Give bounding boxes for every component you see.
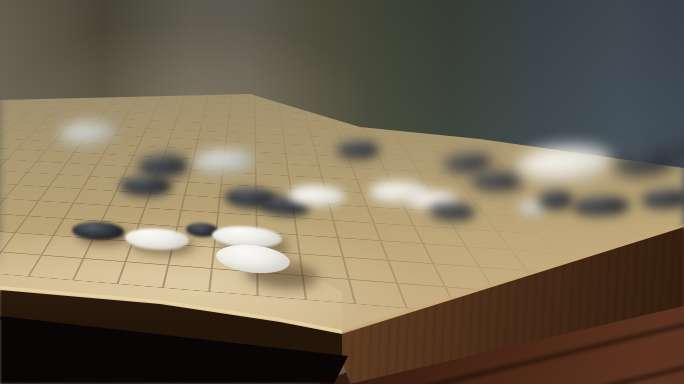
go-photo-scene [0,0,684,384]
vignette [0,0,684,384]
